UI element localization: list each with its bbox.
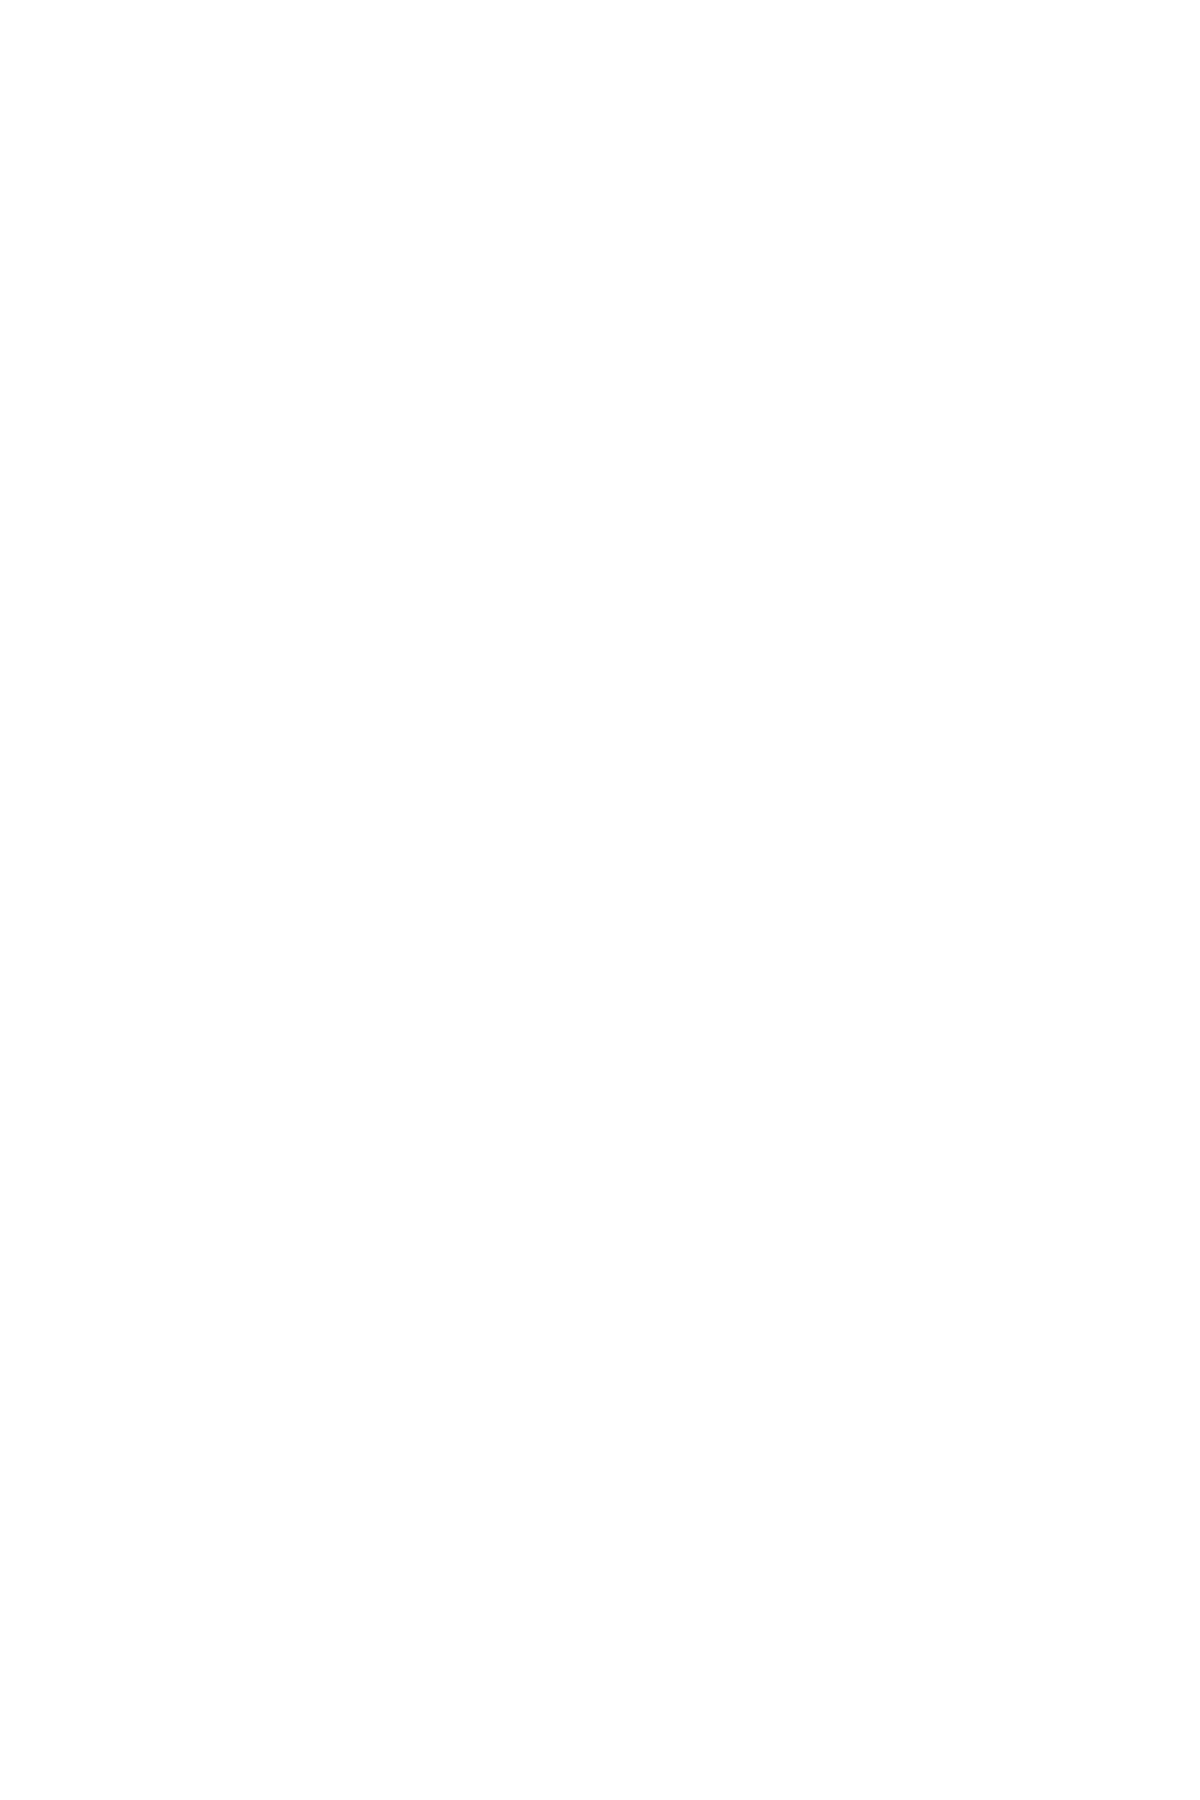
scene-svg: [0, 0, 1200, 1800]
product-photo-backgammon-set: [0, 0, 1200, 1800]
